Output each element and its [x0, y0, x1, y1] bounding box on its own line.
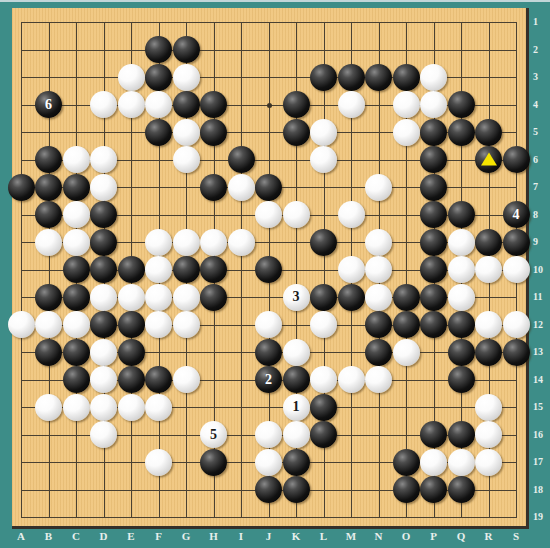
- white-stone-H16[interactable]: 5: [200, 421, 227, 448]
- black-stone-E10[interactable]: [118, 256, 145, 283]
- white-stone-E15[interactable]: [118, 394, 145, 421]
- black-stone-O18[interactable]: [393, 476, 420, 503]
- black-stone-S13[interactable]: [503, 339, 530, 366]
- black-stone-P5[interactable]: [420, 119, 447, 146]
- column-label-L: L: [313, 530, 335, 542]
- black-stone-J10[interactable]: [255, 256, 282, 283]
- black-stone-F14[interactable]: [145, 366, 172, 393]
- white-stone-D7[interactable]: [90, 174, 117, 201]
- black-stone-S6[interactable]: [503, 146, 530, 173]
- black-stone-J7[interactable]: [255, 174, 282, 201]
- black-stone-Q18[interactable]: [448, 476, 475, 503]
- white-stone-M14[interactable]: [338, 366, 365, 393]
- black-stone-P12[interactable]: [420, 311, 447, 338]
- white-stone-K13[interactable]: [283, 339, 310, 366]
- white-stone-R17[interactable]: [475, 449, 502, 476]
- black-stone-R5[interactable]: [475, 119, 502, 146]
- white-stone-K11[interactable]: 3: [283, 284, 310, 311]
- black-stone-H17[interactable]: [200, 449, 227, 476]
- black-stone-K5[interactable]: [283, 119, 310, 146]
- black-stone-P6[interactable]: [420, 146, 447, 173]
- row-label-15: 15: [533, 400, 549, 414]
- white-stone-G14[interactable]: [173, 366, 200, 393]
- column-label-H: H: [203, 530, 225, 542]
- column-label-M: M: [340, 530, 362, 542]
- white-stone-Q9[interactable]: [448, 229, 475, 256]
- white-stone-R12[interactable]: [475, 311, 502, 338]
- white-stone-O4[interactable]: [393, 91, 420, 118]
- white-stone-Q11[interactable]: [448, 284, 475, 311]
- black-stone-B7[interactable]: [35, 174, 62, 201]
- black-stone-B11[interactable]: [35, 284, 62, 311]
- white-stone-I7[interactable]: [228, 174, 255, 201]
- white-stone-P4[interactable]: [420, 91, 447, 118]
- white-stone-F4[interactable]: [145, 91, 172, 118]
- black-stone-R9[interactable]: [475, 229, 502, 256]
- black-stone-B6[interactable]: [35, 146, 62, 173]
- move-number-label: 4: [503, 201, 530, 228]
- white-stone-F17[interactable]: [145, 449, 172, 476]
- row-label-13: 13: [533, 345, 549, 359]
- white-stone-A12[interactable]: [8, 311, 35, 338]
- column-label-N: N: [368, 530, 390, 542]
- black-stone-K17[interactable]: [283, 449, 310, 476]
- black-stone-O12[interactable]: [393, 311, 420, 338]
- white-stone-D6[interactable]: [90, 146, 117, 173]
- white-stone-P17[interactable]: [420, 449, 447, 476]
- white-stone-G3[interactable]: [173, 64, 200, 91]
- row-label-19: 19: [533, 510, 549, 524]
- row-label-4: 4: [533, 98, 549, 112]
- white-stone-D13[interactable]: [90, 339, 117, 366]
- white-stone-K15[interactable]: 1: [283, 394, 310, 421]
- white-stone-F12[interactable]: [145, 311, 172, 338]
- white-stone-B15[interactable]: [35, 394, 62, 421]
- white-stone-H9[interactable]: [200, 229, 227, 256]
- row-label-12: 12: [533, 318, 549, 332]
- black-stone-O3[interactable]: [393, 64, 420, 91]
- column-label-D: D: [93, 530, 115, 542]
- move-number-label: 5: [200, 421, 227, 448]
- column-label-C: C: [65, 530, 87, 542]
- black-stone-H10[interactable]: [200, 256, 227, 283]
- black-stone-G4[interactable]: [173, 91, 200, 118]
- row-label-1: 1: [533, 15, 549, 29]
- black-stone-E14[interactable]: [118, 366, 145, 393]
- row-label-9: 9: [533, 235, 549, 249]
- white-stone-D16[interactable]: [90, 421, 117, 448]
- white-stone-K8[interactable]: [283, 201, 310, 228]
- white-stone-S12[interactable]: [503, 311, 530, 338]
- black-stone-D12[interactable]: [90, 311, 117, 338]
- black-stone-E13[interactable]: [118, 339, 145, 366]
- grid-line-horizontal: [21, 517, 517, 518]
- black-stone-Q8[interactable]: [448, 201, 475, 228]
- white-stone-D11[interactable]: [90, 284, 117, 311]
- white-stone-E3[interactable]: [118, 64, 145, 91]
- black-stone-H7[interactable]: [200, 174, 227, 201]
- black-stone-M11[interactable]: [338, 284, 365, 311]
- white-stone-B9[interactable]: [35, 229, 62, 256]
- white-stone-C9[interactable]: [63, 229, 90, 256]
- white-stone-M8[interactable]: [338, 201, 365, 228]
- black-stone-H11[interactable]: [200, 284, 227, 311]
- white-stone-K16[interactable]: [283, 421, 310, 448]
- black-stone-R6[interactable]: [475, 146, 502, 173]
- black-stone-L11[interactable]: [310, 284, 337, 311]
- black-stone-K18[interactable]: [283, 476, 310, 503]
- column-label-S: S: [505, 530, 527, 542]
- row-label-6: 6: [533, 153, 549, 167]
- white-stone-O5[interactable]: [393, 119, 420, 146]
- column-label-F: F: [148, 530, 170, 542]
- white-stone-N14[interactable]: [365, 366, 392, 393]
- black-stone-P11[interactable]: [420, 284, 447, 311]
- triangle-marker-icon: [481, 152, 497, 165]
- white-stone-J8[interactable]: [255, 201, 282, 228]
- white-stone-G12[interactable]: [173, 311, 200, 338]
- black-stone-F2[interactable]: [145, 36, 172, 63]
- white-stone-L12[interactable]: [310, 311, 337, 338]
- white-stone-S10[interactable]: [503, 256, 530, 283]
- black-stone-P10[interactable]: [420, 256, 447, 283]
- black-stone-C11[interactable]: [63, 284, 90, 311]
- black-stone-N13[interactable]: [365, 339, 392, 366]
- column-label-R: R: [478, 530, 500, 542]
- column-label-B: B: [38, 530, 60, 542]
- white-stone-E11[interactable]: [118, 284, 145, 311]
- white-stone-F10[interactable]: [145, 256, 172, 283]
- row-label-7: 7: [533, 180, 549, 194]
- white-stone-N7[interactable]: [365, 174, 392, 201]
- white-stone-D14[interactable]: [90, 366, 117, 393]
- white-stone-F11[interactable]: [145, 284, 172, 311]
- black-stone-L15[interactable]: [310, 394, 337, 421]
- white-stone-L14[interactable]: [310, 366, 337, 393]
- black-stone-P9[interactable]: [420, 229, 447, 256]
- white-stone-J17[interactable]: [255, 449, 282, 476]
- black-stone-C14[interactable]: [63, 366, 90, 393]
- black-stone-N12[interactable]: [365, 311, 392, 338]
- white-stone-C12[interactable]: [63, 311, 90, 338]
- white-stone-J12[interactable]: [255, 311, 282, 338]
- black-stone-J18[interactable]: [255, 476, 282, 503]
- row-label-14: 14: [533, 373, 549, 387]
- white-stone-L5[interactable]: [310, 119, 337, 146]
- white-stone-J16[interactable]: [255, 421, 282, 448]
- row-label-17: 17: [533, 455, 549, 469]
- white-stone-E4[interactable]: [118, 91, 145, 118]
- white-stone-Q17[interactable]: [448, 449, 475, 476]
- column-label-E: E: [120, 530, 142, 542]
- black-stone-Q16[interactable]: [448, 421, 475, 448]
- white-stone-C8[interactable]: [63, 201, 90, 228]
- white-stone-N11[interactable]: [365, 284, 392, 311]
- column-label-Q: Q: [450, 530, 472, 542]
- white-stone-G11[interactable]: [173, 284, 200, 311]
- row-label-2: 2: [533, 43, 549, 57]
- black-stone-H5[interactable]: [200, 119, 227, 146]
- column-label-K: K: [285, 530, 307, 542]
- black-stone-B4[interactable]: 6: [35, 91, 62, 118]
- row-label-18: 18: [533, 483, 549, 497]
- black-stone-D10[interactable]: [90, 256, 117, 283]
- black-stone-H4[interactable]: [200, 91, 227, 118]
- black-stone-Q5[interactable]: [448, 119, 475, 146]
- black-stone-D9[interactable]: [90, 229, 117, 256]
- black-stone-O11[interactable]: [393, 284, 420, 311]
- row-label-10: 10: [533, 263, 549, 277]
- column-label-G: G: [175, 530, 197, 542]
- black-stone-L3[interactable]: [310, 64, 337, 91]
- column-label-I: I: [230, 530, 252, 542]
- column-label-P: P: [423, 530, 445, 542]
- row-label-11: 11: [533, 290, 549, 304]
- move-number-label: 1: [283, 394, 310, 421]
- white-stone-O13[interactable]: [393, 339, 420, 366]
- white-stone-G5[interactable]: [173, 119, 200, 146]
- column-label-J: J: [258, 530, 280, 542]
- black-stone-G10[interactable]: [173, 256, 200, 283]
- move-number-label: 2: [255, 366, 282, 393]
- black-stone-P7[interactable]: [420, 174, 447, 201]
- white-stone-C6[interactable]: [63, 146, 90, 173]
- white-stone-R10[interactable]: [475, 256, 502, 283]
- row-label-5: 5: [533, 125, 549, 139]
- black-stone-L9[interactable]: [310, 229, 337, 256]
- black-stone-K14[interactable]: [283, 366, 310, 393]
- row-label-3: 3: [533, 70, 549, 84]
- black-stone-N3[interactable]: [365, 64, 392, 91]
- black-stone-K4[interactable]: [283, 91, 310, 118]
- black-stone-C7[interactable]: [63, 174, 90, 201]
- white-stone-B12[interactable]: [35, 311, 62, 338]
- white-stone-D4[interactable]: [90, 91, 117, 118]
- go-game-screenshot: 643215ABCDEFGHIJKLMNOPQRS123456789101112…: [0, 0, 550, 548]
- column-label-O: O: [395, 530, 417, 542]
- black-stone-J14[interactable]: 2: [255, 366, 282, 393]
- row-label-8: 8: [533, 208, 549, 222]
- black-stone-F3[interactable]: [145, 64, 172, 91]
- black-stone-C13[interactable]: [63, 339, 90, 366]
- black-stone-Q4[interactable]: [448, 91, 475, 118]
- black-stone-J13[interactable]: [255, 339, 282, 366]
- black-stone-E12[interactable]: [118, 311, 145, 338]
- black-stone-M3[interactable]: [338, 64, 365, 91]
- black-stone-P8[interactable]: [420, 201, 447, 228]
- white-stone-P3[interactable]: [420, 64, 447, 91]
- black-stone-F5[interactable]: [145, 119, 172, 146]
- black-stone-S9[interactable]: [503, 229, 530, 256]
- black-stone-P16[interactable]: [420, 421, 447, 448]
- white-stone-I9[interactable]: [228, 229, 255, 256]
- black-stone-S8[interactable]: 4: [503, 201, 530, 228]
- black-stone-P18[interactable]: [420, 476, 447, 503]
- white-stone-R15[interactable]: [475, 394, 502, 421]
- black-stone-C10[interactable]: [63, 256, 90, 283]
- star-point: [267, 103, 272, 108]
- black-stone-O17[interactable]: [393, 449, 420, 476]
- white-stone-Q10[interactable]: [448, 256, 475, 283]
- column-label-A: A: [10, 530, 32, 542]
- black-stone-Q13[interactable]: [448, 339, 475, 366]
- white-stone-M4[interactable]: [338, 91, 365, 118]
- white-stone-M10[interactable]: [338, 256, 365, 283]
- black-stone-B13[interactable]: [35, 339, 62, 366]
- black-stone-Q12[interactable]: [448, 311, 475, 338]
- white-stone-D15[interactable]: [90, 394, 117, 421]
- move-number-label: 3: [283, 284, 310, 311]
- black-stone-G2[interactable]: [173, 36, 200, 63]
- white-stone-G9[interactable]: [173, 229, 200, 256]
- black-stone-D8[interactable]: [90, 201, 117, 228]
- white-stone-F15[interactable]: [145, 394, 172, 421]
- black-stone-I6[interactable]: [228, 146, 255, 173]
- black-stone-B8[interactable]: [35, 201, 62, 228]
- white-stone-N9[interactable]: [365, 229, 392, 256]
- white-stone-C15[interactable]: [63, 394, 90, 421]
- black-stone-L16[interactable]: [310, 421, 337, 448]
- black-stone-R13[interactable]: [475, 339, 502, 366]
- black-stone-Q14[interactable]: [448, 366, 475, 393]
- black-stone-A7[interactable]: [8, 174, 35, 201]
- row-label-16: 16: [533, 428, 549, 442]
- white-stone-L6[interactable]: [310, 146, 337, 173]
- white-stone-N10[interactable]: [365, 256, 392, 283]
- white-stone-F9[interactable]: [145, 229, 172, 256]
- white-stone-G6[interactable]: [173, 146, 200, 173]
- white-stone-R16[interactable]: [475, 421, 502, 448]
- move-number-label: 6: [35, 91, 62, 118]
- window-top-edge: [0, 0, 550, 2]
